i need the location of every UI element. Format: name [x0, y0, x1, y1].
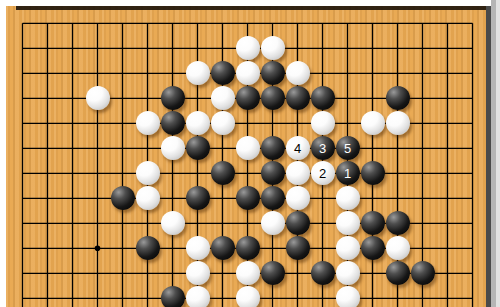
stone-white [261, 36, 285, 60]
stone-black [286, 86, 310, 110]
stone-white [336, 186, 360, 210]
stone-white [136, 186, 160, 210]
stone-black [161, 286, 185, 307]
stone-black [236, 186, 260, 210]
stone-black [261, 261, 285, 285]
stone-black [361, 236, 385, 260]
stone-white [286, 186, 310, 210]
stone-black [211, 61, 235, 85]
stone-black [211, 161, 235, 185]
stone-black [311, 261, 335, 285]
move-number-label: 1 [344, 167, 351, 180]
stone-white [136, 111, 160, 135]
stone-white [136, 161, 160, 185]
stone-white [211, 86, 235, 110]
stone-white [336, 236, 360, 260]
stone-white [336, 261, 360, 285]
stone-black [361, 161, 385, 185]
star-point [95, 246, 101, 252]
stone-white [86, 86, 110, 110]
stone-black [236, 236, 260, 260]
stone-white [311, 111, 335, 135]
stone-white [186, 61, 210, 85]
stone-white [361, 111, 385, 135]
stone-white [261, 211, 285, 235]
stone-black [411, 261, 435, 285]
stone-white [186, 236, 210, 260]
stone-black [186, 136, 210, 160]
stone-black [386, 261, 410, 285]
stone-white [161, 136, 185, 160]
move-number-label: 3 [319, 142, 326, 155]
stone-white [286, 161, 310, 185]
stone-black [136, 236, 160, 260]
stone-white [336, 211, 360, 235]
stone-white-move-4: 4 [286, 136, 310, 160]
stone-black [211, 236, 235, 260]
stone-white [236, 136, 260, 160]
stone-black [261, 61, 285, 85]
stone-black [361, 211, 385, 235]
stone-white [286, 61, 310, 85]
go-board[interactable]: 43521 [6, 6, 486, 307]
move-number-label: 4 [294, 142, 301, 155]
stone-white [211, 111, 235, 135]
stone-white [336, 286, 360, 307]
stone-black [161, 86, 185, 110]
stone-black [261, 186, 285, 210]
move-number-label: 2 [319, 167, 326, 180]
stone-white-move-2: 2 [311, 161, 335, 185]
stone-black [111, 186, 135, 210]
stone-white [186, 261, 210, 285]
stone-black-move-5: 5 [336, 136, 360, 160]
stone-black-move-1: 1 [336, 161, 360, 185]
stone-black [286, 236, 310, 260]
stone-black [311, 86, 335, 110]
stone-black [261, 161, 285, 185]
stone-black [261, 136, 285, 160]
stone-white [386, 236, 410, 260]
stone-white [161, 211, 185, 235]
stone-black [286, 211, 310, 235]
stone-black [261, 86, 285, 110]
page-right-margin [491, 0, 500, 307]
stone-black [186, 186, 210, 210]
stone-black [161, 111, 185, 135]
stone-white [236, 286, 260, 307]
stone-white [236, 61, 260, 85]
stone-black [386, 211, 410, 235]
stone-white [186, 286, 210, 307]
stone-black [236, 86, 260, 110]
stone-white [236, 261, 260, 285]
move-number-label: 5 [344, 142, 351, 155]
stone-white [386, 111, 410, 135]
stone-black-move-3: 3 [311, 136, 335, 160]
stone-black [386, 86, 410, 110]
stone-white [186, 111, 210, 135]
stone-white [236, 36, 260, 60]
